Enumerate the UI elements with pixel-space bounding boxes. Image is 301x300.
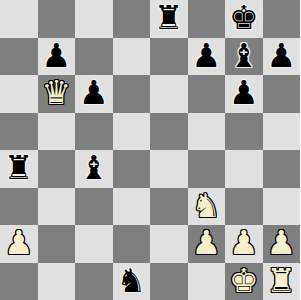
white-pawn: ♟ (191, 226, 221, 259)
square-f5[interactable] (188, 113, 226, 151)
white-pawn: ♟ (4, 226, 34, 259)
square-h2[interactable]: ♟ (263, 225, 301, 263)
square-b4[interactable] (38, 150, 76, 188)
square-c4[interactable]: ♝ (75, 150, 113, 188)
square-e6[interactable] (150, 75, 188, 113)
square-a7[interactable] (0, 38, 38, 76)
square-g8[interactable]: ♚ (225, 0, 263, 38)
square-h7[interactable]: ♟ (263, 38, 301, 76)
square-g4[interactable] (225, 150, 263, 188)
square-f6[interactable] (188, 75, 226, 113)
square-e8[interactable]: ♜ (150, 0, 188, 38)
square-d6[interactable] (113, 75, 151, 113)
square-e1[interactable] (150, 263, 188, 300)
square-f4[interactable] (188, 150, 226, 188)
square-b1[interactable] (38, 263, 76, 300)
black-bishop: ♝ (79, 151, 109, 184)
square-a3[interactable] (0, 188, 38, 226)
square-b6[interactable]: ♛ (38, 75, 76, 113)
square-f1[interactable] (188, 263, 226, 300)
square-a1[interactable] (0, 263, 38, 300)
square-c2[interactable] (75, 225, 113, 263)
square-d4[interactable] (113, 150, 151, 188)
square-g5[interactable] (225, 113, 263, 151)
square-h5[interactable] (263, 113, 301, 151)
white-queen: ♛ (41, 76, 71, 109)
black-bishop: ♝ (229, 39, 259, 72)
black-knight: ♞ (116, 264, 146, 297)
square-c1[interactable] (75, 263, 113, 300)
white-pawn: ♟ (229, 226, 259, 259)
square-d8[interactable] (113, 0, 151, 38)
square-f7[interactable]: ♟ (188, 38, 226, 76)
black-pawn: ♟ (41, 39, 71, 72)
square-h4[interactable] (263, 150, 301, 188)
square-e5[interactable] (150, 113, 188, 151)
black-pawn: ♟ (229, 76, 259, 109)
chess-board: ♜♚♟♟♝♟♛♟♟♜♝♞♟♟♟♟♞♚♜ (0, 0, 300, 300)
black-king: ♚ (229, 1, 259, 34)
square-f8[interactable] (188, 0, 226, 38)
square-e4[interactable] (150, 150, 188, 188)
square-h8[interactable] (263, 0, 301, 38)
black-pawn: ♟ (191, 39, 221, 72)
square-d7[interactable] (113, 38, 151, 76)
white-knight: ♞ (191, 189, 221, 222)
black-rook: ♜ (154, 1, 184, 34)
square-g7[interactable]: ♝ (225, 38, 263, 76)
square-b2[interactable] (38, 225, 76, 263)
square-b8[interactable] (38, 0, 76, 38)
square-b7[interactable]: ♟ (38, 38, 76, 76)
white-rook: ♜ (266, 264, 296, 297)
square-a2[interactable]: ♟ (0, 225, 38, 263)
square-e7[interactable] (150, 38, 188, 76)
square-h6[interactable] (263, 75, 301, 113)
square-f3[interactable]: ♞ (188, 188, 226, 226)
square-h3[interactable] (263, 188, 301, 226)
square-d2[interactable] (113, 225, 151, 263)
square-h1[interactable]: ♜ (263, 263, 301, 300)
white-king: ♚ (229, 264, 259, 297)
square-b3[interactable] (38, 188, 76, 226)
square-c7[interactable] (75, 38, 113, 76)
square-c5[interactable] (75, 113, 113, 151)
square-c3[interactable] (75, 188, 113, 226)
black-pawn: ♟ (79, 76, 109, 109)
square-e2[interactable] (150, 225, 188, 263)
square-g1[interactable]: ♚ (225, 263, 263, 300)
square-e3[interactable] (150, 188, 188, 226)
square-d3[interactable] (113, 188, 151, 226)
square-b5[interactable] (38, 113, 76, 151)
square-d1[interactable]: ♞ (113, 263, 151, 300)
black-pawn: ♟ (266, 39, 296, 72)
square-f2[interactable]: ♟ (188, 225, 226, 263)
square-g2[interactable]: ♟ (225, 225, 263, 263)
square-a4[interactable]: ♜ (0, 150, 38, 188)
square-a6[interactable] (0, 75, 38, 113)
square-c6[interactable]: ♟ (75, 75, 113, 113)
square-d5[interactable] (113, 113, 151, 151)
square-g6[interactable]: ♟ (225, 75, 263, 113)
black-rook: ♜ (4, 151, 34, 184)
square-g3[interactable] (225, 188, 263, 226)
square-a8[interactable] (0, 0, 38, 38)
square-c8[interactable] (75, 0, 113, 38)
white-pawn: ♟ (266, 226, 296, 259)
square-a5[interactable] (0, 113, 38, 151)
